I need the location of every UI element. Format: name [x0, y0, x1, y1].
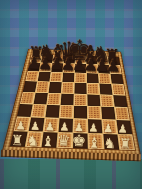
- pieces-layer: ♜♞♝♛♚♝♞♜♟♟♟♟♟♟♟♟♟♟♟♟♟♟♟♟♜♞♝♛♚♝♞♜: [0, 0, 142, 189]
- piece-white-king-e1[interactable]: ♚: [71, 133, 86, 150]
- piece-white-pawn-h2[interactable]: ♟: [117, 123, 128, 135]
- piece-white-queen-d1[interactable]: ♛: [57, 134, 71, 150]
- piece-white-pawn-b2[interactable]: ♟: [30, 120, 41, 132]
- board-area: ♜♞♝♛♚♝♞♜♟♟♟♟♟♟♟♟♟♟♟♟♟♟♟♟♜♞♝♛♚♝♞♜: [0, 0, 142, 189]
- chess-photo-scene: ♜♞♝♛♚♝♞♜♟♟♟♟♟♟♟♟♟♟♟♟♟♟♟♟♜♞♝♛♚♝♞♜: [0, 0, 142, 189]
- piece-white-pawn-a2[interactable]: ♟: [15, 120, 26, 132]
- piece-white-rook-h1[interactable]: ♜: [119, 137, 132, 152]
- piece-white-bishop-f1[interactable]: ♝: [88, 136, 101, 151]
- piece-white-knight-g1[interactable]: ♞: [103, 136, 116, 151]
- piece-white-bishop-c1[interactable]: ♝: [42, 134, 55, 149]
- piece-white-pawn-c2[interactable]: ♟: [45, 121, 56, 133]
- piece-white-knight-b1[interactable]: ♞: [26, 134, 39, 149]
- piece-white-rook-a1[interactable]: ♜: [11, 133, 24, 148]
- piece-white-pawn-g2[interactable]: ♟: [103, 123, 114, 135]
- piece-white-pawn-f2[interactable]: ♟: [88, 122, 99, 134]
- piece-black-pawn-h7[interactable]: ♟: [106, 58, 121, 75]
